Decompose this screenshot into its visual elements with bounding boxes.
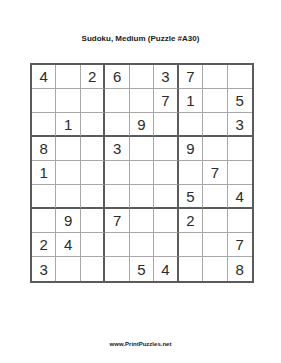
cell-r9c1: 3 xyxy=(32,257,56,281)
cell-r1c3: 2 xyxy=(81,65,105,89)
cell-r9c9: 8 xyxy=(228,257,252,281)
cell-r6c4 xyxy=(105,185,129,209)
cell-r6c7: 5 xyxy=(179,185,203,209)
cell-r9c7 xyxy=(179,257,203,281)
cell-r2c8 xyxy=(203,89,227,113)
cell-r8c6 xyxy=(154,233,178,257)
cell-r2c1 xyxy=(32,89,56,113)
cell-r2c7: 1 xyxy=(179,89,203,113)
cell-r5c7 xyxy=(179,161,203,185)
cell-r1c8 xyxy=(203,65,227,89)
cell-r6c1 xyxy=(32,185,56,209)
cell-r3c8 xyxy=(203,113,227,137)
cell-r4c2 xyxy=(56,137,80,161)
cell-r6c8 xyxy=(203,185,227,209)
cell-r1c4: 6 xyxy=(105,65,129,89)
cell-r4c3 xyxy=(81,137,105,161)
cell-r7c6 xyxy=(154,209,178,233)
cell-r4c6 xyxy=(154,137,178,161)
cell-r5c1: 1 xyxy=(32,161,56,185)
cell-r5c8: 7 xyxy=(203,161,227,185)
cell-r4c5 xyxy=(130,137,154,161)
cell-r6c9: 4 xyxy=(228,185,252,209)
cell-r6c6 xyxy=(154,185,178,209)
cell-r3c3 xyxy=(81,113,105,137)
cell-r5c9 xyxy=(228,161,252,185)
cell-r3c7 xyxy=(179,113,203,137)
cell-r6c3 xyxy=(81,185,105,209)
cell-r5c5 xyxy=(130,161,154,185)
cell-r8c7 xyxy=(179,233,203,257)
cell-r7c8 xyxy=(203,209,227,233)
cell-r1c2 xyxy=(56,65,80,89)
cell-r5c4 xyxy=(105,161,129,185)
cell-r7c5 xyxy=(130,209,154,233)
cell-r7c1 xyxy=(32,209,56,233)
cell-r5c2 xyxy=(56,161,80,185)
footer-url: www.PrintPuzzles.net xyxy=(0,341,281,347)
cell-r9c3 xyxy=(81,257,105,281)
cell-r7c9 xyxy=(228,209,252,233)
cell-r4c4: 3 xyxy=(105,137,129,161)
cell-r4c9 xyxy=(228,137,252,161)
cell-r3c4 xyxy=(105,113,129,137)
cell-r7c2: 9 xyxy=(56,209,80,233)
cell-r1c1: 4 xyxy=(32,65,56,89)
cell-r8c1: 2 xyxy=(32,233,56,257)
cell-r6c2 xyxy=(56,185,80,209)
cell-r2c5 xyxy=(130,89,154,113)
puzzle-title: Sudoku, Medium (Puzzle #A30) xyxy=(0,34,281,43)
cell-r3c9: 3 xyxy=(228,113,252,137)
cell-r3c1 xyxy=(32,113,56,137)
cell-r8c2: 4 xyxy=(56,233,80,257)
cell-r9c6: 4 xyxy=(154,257,178,281)
cell-r8c3 xyxy=(81,233,105,257)
cell-r7c4: 7 xyxy=(105,209,129,233)
cell-r8c8 xyxy=(203,233,227,257)
cell-r5c6 xyxy=(154,161,178,185)
cell-r5c3 xyxy=(81,161,105,185)
cell-r8c9: 7 xyxy=(228,233,252,257)
cell-r1c9 xyxy=(228,65,252,89)
cell-r7c7: 2 xyxy=(179,209,203,233)
cell-r3c6 xyxy=(154,113,178,137)
cell-r2c2 xyxy=(56,89,80,113)
cell-r9c5: 5 xyxy=(130,257,154,281)
cell-r8c5 xyxy=(130,233,154,257)
cell-r4c1: 8 xyxy=(32,137,56,161)
cell-r9c4 xyxy=(105,257,129,281)
cell-r8c4 xyxy=(105,233,129,257)
cell-r9c2 xyxy=(56,257,80,281)
cell-r6c5 xyxy=(130,185,154,209)
cell-r3c2: 1 xyxy=(56,113,80,137)
cell-r4c8 xyxy=(203,137,227,161)
sudoku-board: 4263771519383917549722473548 xyxy=(30,63,254,283)
printable-page: Sudoku, Medium (Puzzle #A30) 42637715193… xyxy=(0,0,281,363)
cell-r9c8 xyxy=(203,257,227,281)
cell-r2c9: 5 xyxy=(228,89,252,113)
cell-r7c3 xyxy=(81,209,105,233)
cell-r2c6: 7 xyxy=(154,89,178,113)
cell-r1c5 xyxy=(130,65,154,89)
cell-r2c3 xyxy=(81,89,105,113)
cell-r2c4 xyxy=(105,89,129,113)
cell-r1c7: 7 xyxy=(179,65,203,89)
cell-r1c6: 3 xyxy=(154,65,178,89)
cell-r3c5: 9 xyxy=(130,113,154,137)
cell-r4c7: 9 xyxy=(179,137,203,161)
